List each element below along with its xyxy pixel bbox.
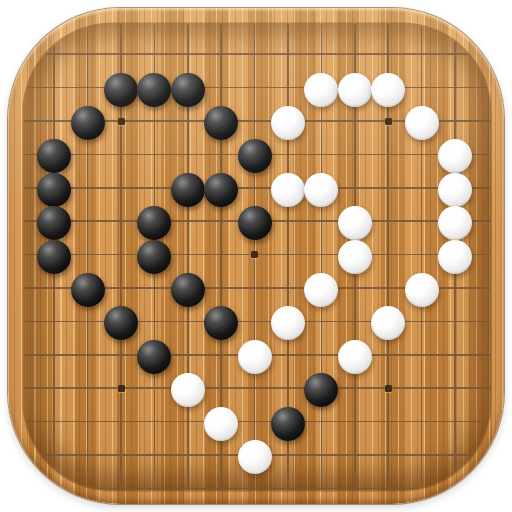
black-stone (104, 73, 138, 107)
grid-hline (24, 488, 490, 490)
black-stone (204, 106, 238, 140)
star-point (118, 385, 125, 392)
black-stone (238, 206, 272, 240)
white-stone (238, 440, 272, 474)
black-stone (104, 306, 138, 340)
white-stone (438, 240, 472, 274)
black-stone (238, 139, 272, 173)
white-stone (405, 273, 439, 307)
white-stone (338, 73, 372, 107)
black-stone (37, 173, 71, 207)
black-stone (204, 173, 238, 207)
star-point (251, 251, 258, 258)
black-stone (271, 407, 305, 441)
go-app-icon[interactable] (8, 8, 504, 504)
white-stone (438, 139, 472, 173)
white-stone (304, 273, 338, 307)
white-stone (271, 306, 305, 340)
star-point (118, 118, 125, 125)
white-stone (338, 206, 372, 240)
black-stone (37, 139, 71, 173)
black-stone (137, 73, 171, 107)
white-stone (438, 206, 472, 240)
black-stone (204, 306, 238, 340)
white-stone (438, 173, 472, 207)
star-point (385, 385, 392, 392)
white-stone (338, 340, 372, 374)
white-stone (338, 240, 372, 274)
black-stone (171, 73, 205, 107)
black-stone (71, 273, 105, 307)
white-stone (405, 106, 439, 140)
white-stone (171, 373, 205, 407)
star-point (385, 118, 392, 125)
black-stone (171, 173, 205, 207)
black-stone (304, 373, 338, 407)
black-stone (137, 206, 171, 240)
go-board[interactable] (24, 24, 490, 490)
black-stone (137, 240, 171, 274)
black-stone (37, 206, 71, 240)
white-stone (371, 73, 405, 107)
grid-vline (488, 24, 490, 490)
white-stone (271, 106, 305, 140)
white-stone (304, 173, 338, 207)
black-stone (137, 340, 171, 374)
white-stone (204, 407, 238, 441)
black-stone (37, 240, 71, 274)
white-stone (371, 306, 405, 340)
white-stone (271, 173, 305, 207)
grid-hline (24, 421, 490, 423)
black-stone (71, 106, 105, 140)
white-stone (238, 340, 272, 374)
black-stone (171, 273, 205, 307)
white-stone (304, 73, 338, 107)
